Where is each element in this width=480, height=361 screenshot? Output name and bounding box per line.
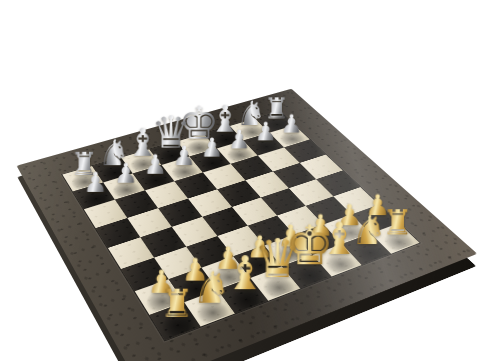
square-e5 (217, 180, 261, 207)
product-photo-stage: ♜♞♝♛♚♝♞♜♟♟♟♟♟♟♟♟♟♟♟♟♟♟♟♟♜♞♝♛♚♝♞♜ (0, 0, 480, 361)
black-pawn-glyph: ♟ (82, 169, 107, 197)
square-f5 (245, 171, 288, 197)
chess-board: ♜♞♝♛♚♝♞♜♟♟♟♟♟♟♟♟♟♟♟♟♟♟♟♟♜♞♝♛♚♝♞♜ (17, 88, 478, 361)
piece-black-pawn: ♟ (73, 169, 116, 197)
white-rook-glyph: ♜ (159, 283, 194, 322)
square-a1: ♜ (149, 302, 200, 340)
piece-white-rook: ♜ (151, 283, 203, 322)
